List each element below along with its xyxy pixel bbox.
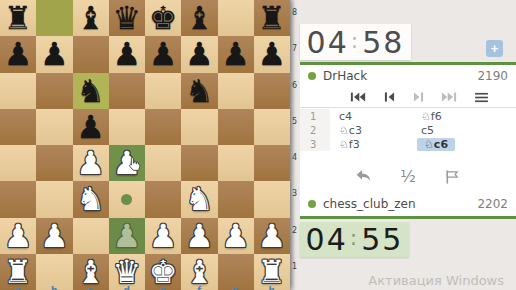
square-h2[interactable]: ♟ — [254, 218, 290, 254]
nav-prev-button[interactable] — [382, 89, 397, 105]
square-g2[interactable]: ♟ — [218, 218, 254, 254]
square-b4[interactable] — [36, 145, 72, 181]
clock-colon: : — [351, 28, 360, 53]
move-white[interactable]: ♘f3 — [339, 138, 360, 151]
white-rook: ♜ — [258, 256, 287, 288]
clock-black: 04:58 — [300, 24, 411, 60]
white-knight: ♞ — [185, 183, 214, 215]
move-white[interactable]: c4 — [339, 110, 352, 123]
square-e8[interactable]: ♚ — [145, 0, 181, 36]
player-name: chess_club_zen — [323, 197, 416, 211]
square-d4[interactable]: ♟ — [109, 145, 145, 181]
square-a4[interactable] — [0, 145, 36, 181]
rank-coord: 4 — [292, 153, 300, 162]
rank-coord: 8 — [292, 8, 300, 17]
square-h7[interactable]: ♟ — [254, 36, 290, 72]
square-d1[interactable]: ♛d — [109, 254, 145, 290]
square-c3[interactable]: ♞ — [73, 181, 109, 217]
clock-seconds: 58 — [362, 25, 404, 60]
square-f8[interactable]: ♝ — [181, 0, 217, 36]
nav-last-button[interactable] — [439, 89, 459, 105]
black-pawn: ♟ — [4, 38, 33, 70]
clock-minutes: 04 — [307, 25, 349, 60]
go-next-icon — [413, 91, 424, 103]
white-pawn: ♟ — [258, 220, 287, 252]
white-pawn: ♟ — [76, 147, 105, 179]
clock-colon: : — [350, 225, 359, 250]
move-black[interactable]: c5 — [421, 124, 434, 137]
square-h1[interactable]: ♜h — [254, 254, 290, 290]
rank-coord: 7 — [292, 44, 300, 53]
game-panel: 04:58 + DrHack 2190 — [290, 0, 516, 290]
square-e6[interactable] — [145, 73, 181, 109]
player-rating: 2190 — [477, 69, 508, 83]
square-h4[interactable] — [254, 145, 290, 181]
square-g5[interactable] — [218, 109, 254, 145]
move-dest-dot — [121, 194, 132, 205]
square-g7[interactable]: ♟ — [218, 36, 254, 72]
square-g3[interactable] — [218, 181, 254, 217]
move-black[interactable]: ♘c6 — [417, 138, 455, 151]
white-pawn: ♟ — [40, 220, 69, 252]
square-b2[interactable]: ♟ — [36, 218, 72, 254]
square-a2[interactable]: ♟ — [0, 218, 36, 254]
white-pawn: ♟ — [149, 220, 178, 252]
black-pawn: ♟ — [185, 38, 214, 70]
add-time-button[interactable]: + — [486, 40, 503, 57]
moves-panel: DrHack 2190 1c4♘f6 — [300, 65, 516, 216]
clock-seconds: 55 — [361, 222, 403, 257]
move-list: 1c4♘f62♘c3c53♘f3♘c6 — [300, 109, 516, 151]
square-f6[interactable]: ♞ — [181, 73, 217, 109]
file-coord: b — [36, 285, 72, 290]
black-pawn: ♟ — [221, 38, 250, 70]
nav-next-button[interactable] — [411, 89, 426, 105]
file-coord: h — [254, 285, 290, 290]
nav-menu-button[interactable] — [473, 90, 490, 105]
square-c1[interactable]: ♝c — [73, 254, 109, 290]
move-row: 3♘f3♘c6 — [300, 137, 516, 151]
file-coord: f — [181, 285, 217, 290]
rank-coord: 6 — [292, 81, 300, 90]
black-queen: ♛ — [113, 2, 142, 34]
move-black[interactable]: ♘f6 — [421, 110, 442, 123]
square-d3[interactable] — [109, 181, 145, 217]
rank-coord: 2 — [292, 226, 300, 235]
square-f5[interactable] — [181, 109, 217, 145]
square-e4[interactable] — [145, 145, 181, 181]
file-coord: e — [145, 285, 181, 290]
move-white[interactable]: ♘c3 — [339, 124, 362, 137]
square-d6[interactable] — [109, 73, 145, 109]
black-rook: ♜ — [258, 2, 287, 34]
clock-white: 04:55 — [300, 222, 409, 257]
white-king: ♚ — [149, 256, 178, 288]
square-h3[interactable] — [254, 181, 290, 217]
move-navigation — [300, 87, 516, 108]
square-e1[interactable]: ♚e — [145, 254, 181, 290]
player-row-white: chess_club_zen 2202 — [300, 193, 516, 215]
white-queen: ♛ — [113, 256, 142, 288]
white-pawn: ♟ — [185, 220, 214, 252]
takeback-button[interactable] — [354, 169, 373, 185]
game-actions: ½ — [300, 165, 516, 189]
square-a5[interactable] — [0, 109, 36, 145]
square-g4[interactable] — [218, 145, 254, 181]
black-pawn: ♟ — [258, 38, 287, 70]
square-e7[interactable]: ♟ — [145, 36, 181, 72]
square-c8[interactable]: ♝ — [73, 0, 109, 36]
takeback-arrow-icon — [354, 169, 373, 185]
black-knight: ♞ — [76, 75, 105, 107]
square-d8[interactable]: ♛ — [109, 0, 145, 36]
square-c6[interactable]: ♞ — [73, 73, 109, 109]
black-king: ♚ — [149, 2, 178, 34]
square-c7[interactable] — [73, 36, 109, 72]
square-d5[interactable] — [109, 109, 145, 145]
square-f4[interactable] — [181, 145, 217, 181]
black-pawn: ♟ — [76, 111, 105, 143]
file-coord: g — [218, 285, 254, 290]
square-a7[interactable]: ♟ — [0, 36, 36, 72]
player-rating: 2202 — [477, 197, 508, 211]
square-b5[interactable] — [36, 109, 72, 145]
square-c5[interactable]: ♟ — [73, 109, 109, 145]
black-pawn: ♟ — [113, 38, 142, 70]
square-e2[interactable]: ♟ — [145, 218, 181, 254]
square-e3[interactable] — [145, 181, 181, 217]
file-coord: c — [73, 285, 109, 290]
go-first-icon — [350, 91, 366, 103]
square-c2[interactable] — [73, 218, 109, 254]
white-pawn: ♟ — [113, 220, 142, 252]
square-f3[interactable]: ♞ — [181, 181, 217, 217]
rank-coord: 3 — [292, 189, 300, 198]
black-pawn: ♟ — [149, 38, 178, 70]
square-a1[interactable]: ♜a — [0, 254, 36, 290]
move-number: 3 — [300, 137, 330, 151]
move-row: 1c4♘f6 — [300, 109, 516, 123]
square-g6[interactable] — [218, 73, 254, 109]
file-coord: a — [0, 285, 36, 290]
black-knight: ♞ — [185, 75, 214, 107]
square-d2[interactable]: ♟ — [109, 218, 145, 254]
square-a8[interactable]: ♜ — [0, 0, 36, 36]
square-f1[interactable]: ♝f — [181, 254, 217, 290]
square-b3[interactable] — [36, 181, 72, 217]
nav-first-button[interactable] — [348, 89, 368, 105]
square-h6[interactable] — [254, 73, 290, 109]
white-bishop: ♝ — [185, 256, 214, 288]
square-b6[interactable] — [36, 73, 72, 109]
rank-coord: 1 — [292, 262, 300, 271]
windows-activation-watermark: Активация Windows — [368, 273, 504, 288]
bottom-player-divider — [300, 216, 516, 219]
file-coord: d — [109, 285, 145, 290]
white-rook: ♜ — [4, 256, 33, 288]
go-previous-icon — [384, 91, 395, 103]
square-h5[interactable] — [254, 109, 290, 145]
menu-icon — [475, 92, 488, 103]
move-number: 2 — [300, 123, 330, 137]
clock-minutes: 04 — [306, 222, 348, 257]
black-rook: ♜ — [4, 2, 33, 34]
online-indicator-icon — [308, 200, 316, 208]
black-bishop: ♝ — [76, 2, 105, 34]
square-a3[interactable] — [0, 181, 36, 217]
square-g8[interactable] — [218, 0, 254, 36]
square-b1[interactable]: b — [36, 254, 72, 290]
app-window: ♜♝♛♚♝♜♟♟♟♟♟♟♟♞♞♟♟♟♞♞♟♟♟♟♟♟♟♜ab♝c♛d♚e♝fg♜… — [0, 0, 516, 290]
white-bishop: ♝ — [76, 256, 105, 288]
square-b7[interactable]: ♟ — [36, 36, 72, 72]
resign-flag-icon — [443, 169, 462, 185]
hand-cursor-icon — [126, 156, 143, 173]
square-d7[interactable]: ♟ — [109, 36, 145, 72]
move-row: 2♘c3c5 — [300, 123, 516, 137]
white-pawn: ♟ — [221, 220, 250, 252]
resign-button[interactable] — [443, 169, 462, 185]
square-h8[interactable]: ♜ — [254, 0, 290, 36]
square-a6[interactable] — [0, 73, 36, 109]
rank-coord: 5 — [292, 117, 300, 126]
player-row-black: DrHack 2190 — [300, 65, 516, 87]
player-name: DrHack — [323, 69, 367, 83]
square-f7[interactable]: ♟ — [181, 36, 217, 72]
square-f2[interactable]: ♟ — [181, 218, 217, 254]
chess-board[interactable]: ♜♝♛♚♝♜♟♟♟♟♟♟♟♞♞♟♟♟♞♞♟♟♟♟♟♟♟♜ab♝c♛d♚e♝fg♜… — [0, 0, 290, 290]
square-g1[interactable]: g — [218, 254, 254, 290]
go-last-icon — [441, 91, 457, 103]
move-number: 1 — [300, 109, 330, 123]
online-indicator-icon — [308, 72, 316, 80]
black-pawn: ♟ — [40, 38, 69, 70]
white-knight: ♞ — [76, 183, 105, 215]
square-b8[interactable] — [36, 0, 72, 36]
square-c4[interactable]: ♟ — [73, 145, 109, 181]
black-bishop: ♝ — [185, 2, 214, 34]
square-e5[interactable] — [145, 109, 181, 145]
white-pawn: ♟ — [4, 220, 33, 252]
